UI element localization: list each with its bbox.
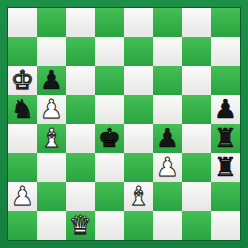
square-d2[interactable] xyxy=(95,182,124,211)
square-e7[interactable] xyxy=(124,37,153,66)
square-a7[interactable] xyxy=(8,37,37,66)
square-f2[interactable] xyxy=(153,182,182,211)
square-f6[interactable] xyxy=(153,66,182,95)
square-g8[interactable] xyxy=(182,8,211,37)
square-b1[interactable] xyxy=(37,211,66,240)
square-a2[interactable]: ♟ xyxy=(8,182,37,211)
square-e8[interactable] xyxy=(124,8,153,37)
square-c2[interactable] xyxy=(66,182,95,211)
board-frame: ♚♟♞♟♟♝♚♟♜♟♜♟♝♛ xyxy=(0,0,248,248)
white-pawn-f3[interactable]: ♟ xyxy=(153,153,182,182)
square-f8[interactable] xyxy=(153,8,182,37)
square-b4[interactable]: ♝ xyxy=(37,124,66,153)
square-h8[interactable] xyxy=(211,8,240,37)
square-g3[interactable] xyxy=(182,153,211,182)
square-c5[interactable] xyxy=(66,95,95,124)
white-queen-c1[interactable]: ♛ xyxy=(66,211,95,240)
black-pawn-h5[interactable]: ♟ xyxy=(211,95,240,124)
black-king-d4[interactable]: ♚ xyxy=(95,124,124,153)
square-f5[interactable] xyxy=(153,95,182,124)
square-e5[interactable] xyxy=(124,95,153,124)
square-g4[interactable] xyxy=(182,124,211,153)
square-c8[interactable] xyxy=(66,8,95,37)
square-d5[interactable] xyxy=(95,95,124,124)
square-a1[interactable] xyxy=(8,211,37,240)
square-f4[interactable]: ♟ xyxy=(153,124,182,153)
square-b7[interactable] xyxy=(37,37,66,66)
square-h7[interactable] xyxy=(211,37,240,66)
square-a6[interactable]: ♚ xyxy=(8,66,37,95)
square-e6[interactable] xyxy=(124,66,153,95)
square-b5[interactable]: ♟ xyxy=(37,95,66,124)
chess-board: ♚♟♞♟♟♝♚♟♜♟♜♟♝♛ xyxy=(7,7,241,241)
white-pawn-b5[interactable]: ♟ xyxy=(37,95,66,124)
square-h1[interactable] xyxy=(211,211,240,240)
square-d4[interactable]: ♚ xyxy=(95,124,124,153)
square-g2[interactable] xyxy=(182,182,211,211)
white-king-a6[interactable]: ♚ xyxy=(8,66,37,95)
square-d6[interactable] xyxy=(95,66,124,95)
black-rook-h3[interactable]: ♜ xyxy=(211,153,240,182)
black-pawn-f4[interactable]: ♟ xyxy=(153,124,182,153)
square-b2[interactable] xyxy=(37,182,66,211)
square-a8[interactable] xyxy=(8,8,37,37)
white-bishop-b4[interactable]: ♝ xyxy=(37,124,66,153)
square-h3[interactable]: ♜ xyxy=(211,153,240,182)
square-b3[interactable] xyxy=(37,153,66,182)
square-h5[interactable]: ♟ xyxy=(211,95,240,124)
square-c6[interactable] xyxy=(66,66,95,95)
square-a4[interactable] xyxy=(8,124,37,153)
square-f1[interactable] xyxy=(153,211,182,240)
square-e4[interactable] xyxy=(124,124,153,153)
square-c7[interactable] xyxy=(66,37,95,66)
square-c3[interactable] xyxy=(66,153,95,182)
square-e2[interactable]: ♝ xyxy=(124,182,153,211)
black-rook-h4[interactable]: ♜ xyxy=(211,124,240,153)
square-a3[interactable] xyxy=(8,153,37,182)
white-bishop-e2[interactable]: ♝ xyxy=(124,182,153,211)
square-d7[interactable] xyxy=(95,37,124,66)
black-knight-a5[interactable]: ♞ xyxy=(8,95,37,124)
square-h6[interactable] xyxy=(211,66,240,95)
square-g6[interactable] xyxy=(182,66,211,95)
square-b6[interactable]: ♟ xyxy=(37,66,66,95)
square-b8[interactable] xyxy=(37,8,66,37)
square-g5[interactable] xyxy=(182,95,211,124)
square-c4[interactable] xyxy=(66,124,95,153)
square-g1[interactable] xyxy=(182,211,211,240)
square-f7[interactable] xyxy=(153,37,182,66)
square-f3[interactable]: ♟ xyxy=(153,153,182,182)
square-e3[interactable] xyxy=(124,153,153,182)
square-d8[interactable] xyxy=(95,8,124,37)
white-pawn-a2[interactable]: ♟ xyxy=(8,182,37,211)
black-pawn-b6[interactable]: ♟ xyxy=(37,66,66,95)
square-c1[interactable]: ♛ xyxy=(66,211,95,240)
square-d1[interactable] xyxy=(95,211,124,240)
square-a5[interactable]: ♞ xyxy=(8,95,37,124)
square-g7[interactable] xyxy=(182,37,211,66)
square-e1[interactable] xyxy=(124,211,153,240)
square-d3[interactable] xyxy=(95,153,124,182)
square-h2[interactable] xyxy=(211,182,240,211)
square-h4[interactable]: ♜ xyxy=(211,124,240,153)
